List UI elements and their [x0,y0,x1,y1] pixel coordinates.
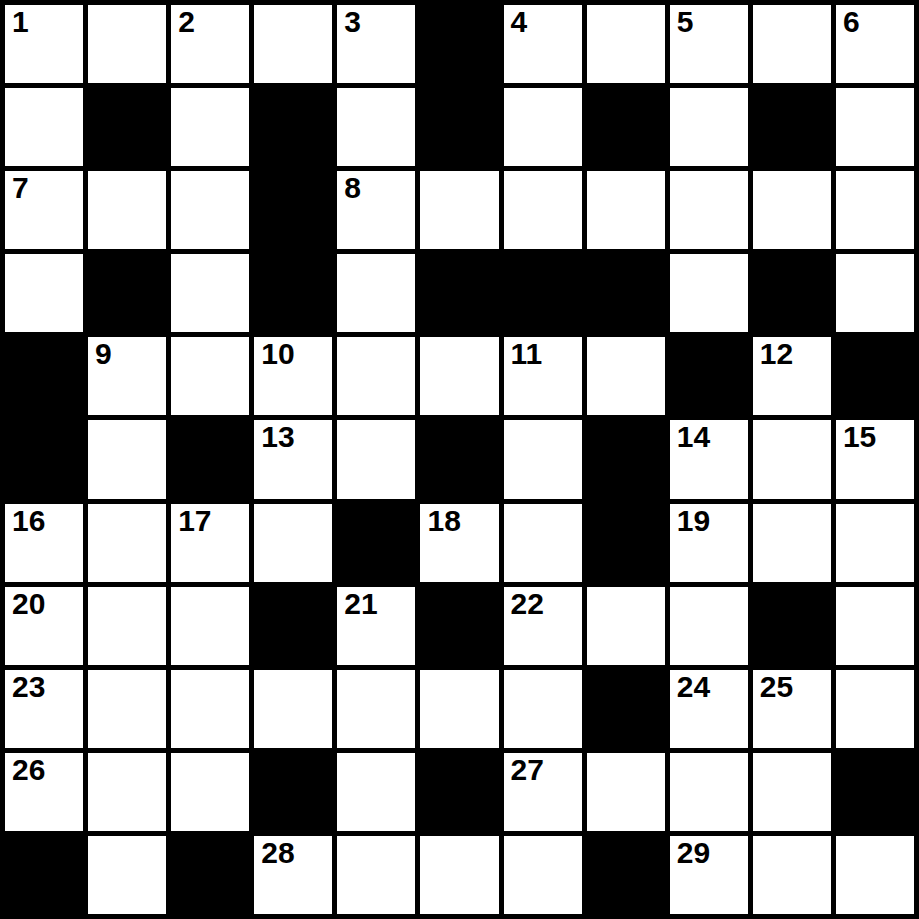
white-cell[interactable] [337,337,415,415]
white-cell[interactable] [420,836,498,914]
white-cell[interactable] [670,254,748,332]
white-cell[interactable] [171,670,249,748]
black-cell [5,420,83,498]
white-cell[interactable]: 10 [254,337,332,415]
clue-number: 12 [760,338,793,370]
black-cell [587,88,665,166]
white-cell[interactable] [88,420,166,498]
clue-number: 22 [511,588,544,620]
clue-number: 13 [261,421,294,453]
black-cell [420,587,498,665]
white-cell[interactable] [587,337,665,415]
white-cell[interactable]: 5 [670,5,748,83]
clue-number: 21 [344,588,377,620]
clue-number: 28 [261,837,294,869]
white-cell[interactable]: 9 [88,337,166,415]
white-cell[interactable] [587,587,665,665]
white-cell[interactable] [836,836,914,914]
black-cell [337,504,415,582]
black-cell [587,670,665,748]
white-cell[interactable]: 20 [5,587,83,665]
clue-number: 16 [12,505,45,537]
white-cell[interactable]: 7 [5,171,83,249]
white-cell[interactable] [254,5,332,83]
white-cell[interactable] [670,88,748,166]
white-cell[interactable] [171,753,249,831]
white-cell[interactable] [753,171,831,249]
black-cell [753,88,831,166]
white-cell[interactable]: 25 [753,670,831,748]
white-cell[interactable] [171,587,249,665]
white-cell[interactable] [836,670,914,748]
clue-number: 24 [677,671,710,703]
black-cell [587,836,665,914]
white-cell[interactable] [337,420,415,498]
black-cell [753,254,831,332]
white-cell[interactable] [254,504,332,582]
white-cell[interactable]: 21 [337,587,415,665]
white-cell[interactable] [420,670,498,748]
clue-number: 14 [677,421,710,453]
black-cell [836,337,914,415]
white-cell[interactable] [836,88,914,166]
white-cell[interactable] [88,836,166,914]
black-cell [5,836,83,914]
clue-number: 20 [12,588,45,620]
black-cell [420,254,498,332]
white-cell[interactable] [670,587,748,665]
white-cell[interactable]: 13 [254,420,332,498]
white-cell[interactable] [88,753,166,831]
clue-number: 9 [95,338,112,370]
white-cell[interactable] [670,171,748,249]
clue-number: 4 [511,6,528,38]
white-cell[interactable] [504,504,582,582]
white-cell[interactable] [504,88,582,166]
black-cell [587,504,665,582]
white-cell[interactable] [337,670,415,748]
white-cell[interactable]: 2 [171,5,249,83]
white-cell[interactable] [88,171,166,249]
white-cell[interactable] [753,5,831,83]
black-cell [254,88,332,166]
white-cell[interactable] [753,420,831,498]
black-cell [753,587,831,665]
black-cell [420,5,498,83]
white-cell[interactable] [337,88,415,166]
white-cell[interactable]: 11 [504,337,582,415]
black-cell [88,254,166,332]
white-cell[interactable] [5,254,83,332]
clue-number: 27 [511,754,544,786]
white-cell[interactable]: 24 [670,670,748,748]
white-cell[interactable]: 14 [670,420,748,498]
clue-number: 26 [12,754,45,786]
clue-number: 19 [677,505,710,537]
white-cell[interactable] [836,254,914,332]
black-cell [5,337,83,415]
clue-number: 10 [261,338,294,370]
white-cell[interactable] [504,420,582,498]
white-cell[interactable] [88,504,166,582]
white-cell[interactable]: 16 [5,504,83,582]
white-cell[interactable] [587,171,665,249]
black-cell [254,254,332,332]
black-cell [254,587,332,665]
white-cell[interactable]: 28 [254,836,332,914]
white-cell[interactable] [337,753,415,831]
white-cell[interactable] [337,836,415,914]
white-cell[interactable]: 19 [670,504,748,582]
black-cell [504,254,582,332]
white-cell[interactable]: 23 [5,670,83,748]
clue-number: 25 [760,671,793,703]
black-cell [670,337,748,415]
white-cell[interactable] [504,670,582,748]
white-cell[interactable] [587,5,665,83]
white-cell[interactable] [836,171,914,249]
clue-number: 23 [12,671,45,703]
clue-number: 17 [178,505,211,537]
white-cell[interactable] [171,171,249,249]
white-cell[interactable] [753,753,831,831]
clue-number: 2 [178,6,195,38]
white-cell[interactable]: 27 [504,753,582,831]
white-cell[interactable] [420,171,498,249]
black-cell [587,420,665,498]
clue-number: 18 [427,505,460,537]
white-cell[interactable] [171,88,249,166]
clue-number: 11 [511,338,543,370]
white-cell[interactable] [337,254,415,332]
white-cell[interactable] [5,88,83,166]
clue-number: 5 [677,6,694,38]
white-cell[interactable]: 29 [670,836,748,914]
black-cell [171,836,249,914]
white-cell[interactable]: 8 [337,171,415,249]
white-cell[interactable] [88,5,166,83]
clue-number: 29 [677,837,710,869]
black-cell [254,753,332,831]
clue-number: 6 [843,6,860,38]
black-cell [587,254,665,332]
black-cell [420,753,498,831]
black-cell [836,753,914,831]
white-cell[interactable]: 22 [504,587,582,665]
white-cell[interactable]: 15 [836,420,914,498]
black-cell [254,171,332,249]
clue-number: 7 [12,172,29,204]
white-cell[interactable] [504,836,582,914]
white-cell[interactable]: 26 [5,753,83,831]
black-cell [88,88,166,166]
white-cell[interactable] [171,337,249,415]
clue-number: 3 [344,6,361,38]
white-cell[interactable] [587,753,665,831]
black-cell [420,420,498,498]
white-cell[interactable]: 12 [753,337,831,415]
clue-number: 8 [344,172,361,204]
white-cell[interactable]: 1 [5,5,83,83]
white-cell[interactable] [753,504,831,582]
white-cell[interactable]: 18 [420,504,498,582]
black-cell [171,420,249,498]
white-cell[interactable] [753,836,831,914]
white-cell[interactable] [670,753,748,831]
clue-number: 15 [843,421,876,453]
crossword-page: 1234567891011121314151617181920212223242… [0,0,919,919]
white-cell[interactable]: 3 [337,5,415,83]
white-cell[interactable] [88,670,166,748]
crossword-grid: 1234567891011121314151617181920212223242… [0,0,919,919]
white-cell[interactable] [171,254,249,332]
white-cell[interactable] [836,587,914,665]
white-cell[interactable] [420,337,498,415]
white-cell[interactable]: 17 [171,504,249,582]
white-cell[interactable] [254,670,332,748]
white-cell[interactable] [88,587,166,665]
white-cell[interactable] [504,171,582,249]
white-cell[interactable]: 4 [504,5,582,83]
clue-number: 1 [12,6,29,38]
white-cell[interactable]: 6 [836,5,914,83]
white-cell[interactable] [836,504,914,582]
black-cell [420,88,498,166]
